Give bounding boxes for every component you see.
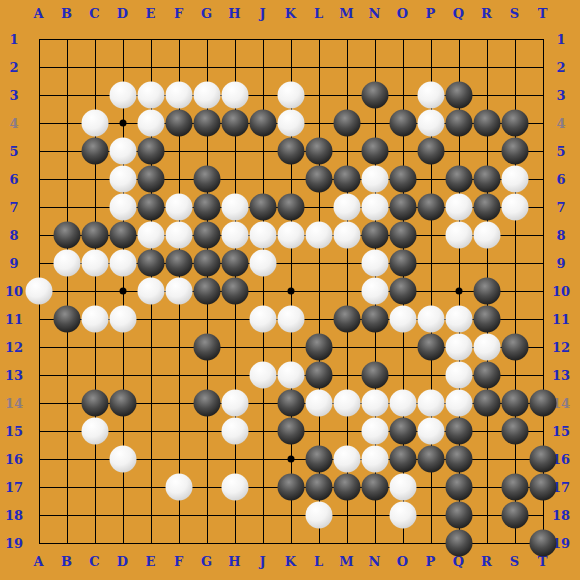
black-stone-M11[interactable] xyxy=(333,305,360,332)
black-stone-R6[interactable] xyxy=(473,165,500,192)
black-stone-H4[interactable] xyxy=(221,109,248,136)
black-stone-H10[interactable] xyxy=(221,277,248,304)
black-stone-Q19[interactable] xyxy=(445,529,472,556)
col-label-bottom-F: F xyxy=(174,555,183,568)
black-stone-J4[interactable] xyxy=(249,109,276,136)
row-label-right-8: 8 xyxy=(556,228,565,241)
row-label-right-5: 5 xyxy=(556,144,565,157)
white-stone-J9[interactable] xyxy=(249,249,276,276)
black-stone-S4[interactable] xyxy=(501,109,528,136)
row-label-right-12: 12 xyxy=(552,340,570,353)
white-stone-D5[interactable] xyxy=(109,137,136,164)
row-label-left-15: 15 xyxy=(5,424,23,437)
white-stone-N9[interactable] xyxy=(361,249,388,276)
row-label-right-6: 6 xyxy=(556,172,565,185)
black-stone-P12[interactable] xyxy=(417,333,444,360)
col-label-top-J: J xyxy=(259,7,265,20)
col-label-top-T: T xyxy=(538,7,548,20)
white-stone-F17[interactable] xyxy=(165,473,192,500)
black-stone-G10[interactable] xyxy=(193,277,220,304)
white-stone-P15[interactable] xyxy=(417,417,444,444)
col-label-bottom-S: S xyxy=(510,555,519,568)
row-label-right-2: 2 xyxy=(556,60,565,73)
black-stone-G9[interactable] xyxy=(193,249,220,276)
row-label-right-15: 15 xyxy=(552,424,570,437)
col-label-bottom-J: J xyxy=(259,555,265,568)
white-stone-P3[interactable] xyxy=(417,81,444,108)
white-stone-F10[interactable] xyxy=(165,277,192,304)
white-stone-N6[interactable] xyxy=(361,165,388,192)
white-stone-Q11[interactable] xyxy=(445,305,472,332)
black-stone-P16[interactable] xyxy=(417,445,444,472)
black-stone-H9[interactable] xyxy=(221,249,248,276)
col-label-bottom-D: D xyxy=(117,555,128,568)
white-stone-O11[interactable] xyxy=(389,305,416,332)
white-stone-M7[interactable] xyxy=(333,193,360,220)
white-stone-Q14[interactable] xyxy=(445,389,472,416)
white-stone-D9[interactable] xyxy=(109,249,136,276)
col-label-bottom-M: M xyxy=(339,555,353,568)
black-stone-G7[interactable] xyxy=(193,193,220,220)
white-stone-H17[interactable] xyxy=(221,473,248,500)
white-stone-O14[interactable] xyxy=(389,389,416,416)
black-stone-Q6[interactable] xyxy=(445,165,472,192)
white-stone-F3[interactable] xyxy=(165,81,192,108)
black-stone-T17[interactable] xyxy=(529,473,556,500)
black-stone-R11[interactable] xyxy=(473,305,500,332)
black-stone-E7[interactable] xyxy=(137,193,164,220)
black-stone-C8[interactable] xyxy=(81,221,108,248)
col-label-top-N: N xyxy=(369,7,381,20)
black-stone-L16[interactable] xyxy=(305,445,332,472)
white-stone-C15[interactable] xyxy=(81,417,108,444)
col-label-top-A: A xyxy=(33,7,43,20)
star-point-Q10 xyxy=(455,287,462,294)
black-stone-N3[interactable] xyxy=(361,81,388,108)
white-stone-G3[interactable] xyxy=(193,81,220,108)
row-label-right-1: 1 xyxy=(556,32,565,45)
black-stone-F9[interactable] xyxy=(165,249,192,276)
col-label-bottom-L: L xyxy=(314,555,323,568)
black-stone-S12[interactable] xyxy=(501,333,528,360)
black-stone-T16[interactable] xyxy=(529,445,556,472)
white-stone-D7[interactable] xyxy=(109,193,136,220)
black-stone-G8[interactable] xyxy=(193,221,220,248)
black-stone-R10[interactable] xyxy=(473,277,500,304)
col-label-top-M: M xyxy=(339,7,353,20)
star-point-D4 xyxy=(119,119,126,126)
black-stone-O9[interactable] xyxy=(389,249,416,276)
black-stone-F4[interactable] xyxy=(165,109,192,136)
white-stone-M8[interactable] xyxy=(333,221,360,248)
row-label-left-7: 7 xyxy=(9,200,18,213)
white-stone-J13[interactable] xyxy=(249,361,276,388)
black-stone-E9[interactable] xyxy=(137,249,164,276)
white-stone-P11[interactable] xyxy=(417,305,444,332)
row-label-left-17: 17 xyxy=(5,480,23,493)
black-stone-L13[interactable] xyxy=(305,361,332,388)
black-stone-Q4[interactable] xyxy=(445,109,472,136)
white-stone-P4[interactable] xyxy=(417,109,444,136)
white-stone-M16[interactable] xyxy=(333,445,360,472)
white-stone-O18[interactable] xyxy=(389,501,416,528)
black-stone-J7[interactable] xyxy=(249,193,276,220)
row-label-left-14: 14 xyxy=(5,396,23,409)
black-stone-G14[interactable] xyxy=(193,389,220,416)
row-label-left-16: 16 xyxy=(5,452,23,465)
black-stone-D8[interactable] xyxy=(109,221,136,248)
black-stone-B11[interactable] xyxy=(53,305,80,332)
col-label-bottom-N: N xyxy=(369,555,381,568)
black-stone-L6[interactable] xyxy=(305,165,332,192)
white-stone-A10[interactable] xyxy=(25,277,52,304)
black-stone-R13[interactable] xyxy=(473,361,500,388)
white-stone-D3[interactable] xyxy=(109,81,136,108)
col-label-top-K: K xyxy=(285,7,296,20)
black-stone-L5[interactable] xyxy=(305,137,332,164)
row-label-left-12: 12 xyxy=(5,340,23,353)
black-stone-R4[interactable] xyxy=(473,109,500,136)
white-stone-N10[interactable] xyxy=(361,277,388,304)
row-label-left-1: 1 xyxy=(9,32,18,45)
black-stone-G6[interactable] xyxy=(193,165,220,192)
black-stone-Q18[interactable] xyxy=(445,501,472,528)
black-stone-S17[interactable] xyxy=(501,473,528,500)
white-stone-N7[interactable] xyxy=(361,193,388,220)
white-stone-C9[interactable] xyxy=(81,249,108,276)
white-stone-K11[interactable] xyxy=(277,305,304,332)
white-stone-K8[interactable] xyxy=(277,221,304,248)
black-stone-S14[interactable] xyxy=(501,389,528,416)
white-stone-E3[interactable] xyxy=(137,81,164,108)
white-stone-R12[interactable] xyxy=(473,333,500,360)
white-stone-D11[interactable] xyxy=(109,305,136,332)
black-stone-O15[interactable] xyxy=(389,417,416,444)
star-point-K16 xyxy=(287,455,294,462)
white-stone-Q7[interactable] xyxy=(445,193,472,220)
black-stone-O6[interactable] xyxy=(389,165,416,192)
row-label-left-4: 4 xyxy=(9,116,18,129)
white-stone-E4[interactable] xyxy=(137,109,164,136)
white-stone-B9[interactable] xyxy=(53,249,80,276)
row-label-left-19: 19 xyxy=(5,536,23,549)
black-stone-O8[interactable] xyxy=(389,221,416,248)
black-stone-K15[interactable] xyxy=(277,417,304,444)
black-stone-G4[interactable] xyxy=(193,109,220,136)
col-label-top-B: B xyxy=(61,7,72,20)
row-label-right-11: 11 xyxy=(552,312,570,325)
white-stone-L14[interactable] xyxy=(305,389,332,416)
row-label-right-4: 4 xyxy=(556,116,565,129)
col-label-top-R: R xyxy=(481,7,492,20)
row-label-left-8: 8 xyxy=(9,228,18,241)
white-stone-H8[interactable] xyxy=(221,221,248,248)
col-label-top-P: P xyxy=(426,7,436,20)
white-stone-R8[interactable] xyxy=(473,221,500,248)
black-stone-L17[interactable] xyxy=(305,473,332,500)
white-stone-E10[interactable] xyxy=(137,277,164,304)
row-label-left-18: 18 xyxy=(5,508,23,521)
white-stone-F8[interactable] xyxy=(165,221,192,248)
black-stone-O16[interactable] xyxy=(389,445,416,472)
star-point-D10 xyxy=(119,287,126,294)
col-label-bottom-Q: Q xyxy=(453,555,464,568)
col-label-bottom-C: C xyxy=(89,555,99,568)
white-stone-K13[interactable] xyxy=(277,361,304,388)
col-label-bottom-P: P xyxy=(426,555,436,568)
col-label-bottom-H: H xyxy=(228,555,240,568)
black-stone-G12[interactable] xyxy=(193,333,220,360)
col-label-bottom-B: B xyxy=(61,555,72,568)
black-stone-T19[interactable] xyxy=(529,529,556,556)
col-label-top-G: G xyxy=(201,7,212,20)
col-label-bottom-A: A xyxy=(33,555,43,568)
white-stone-L18[interactable] xyxy=(305,501,332,528)
white-stone-C4[interactable] xyxy=(81,109,108,136)
black-stone-N17[interactable] xyxy=(361,473,388,500)
row-label-left-11: 11 xyxy=(5,312,23,325)
black-stone-N8[interactable] xyxy=(361,221,388,248)
black-stone-M6[interactable] xyxy=(333,165,360,192)
black-stone-E5[interactable] xyxy=(137,137,164,164)
white-stone-J8[interactable] xyxy=(249,221,276,248)
row-label-right-9: 9 xyxy=(556,256,565,269)
row-label-left-6: 6 xyxy=(9,172,18,185)
white-stone-K4[interactable] xyxy=(277,109,304,136)
black-stone-K17[interactable] xyxy=(277,473,304,500)
black-stone-C14[interactable] xyxy=(81,389,108,416)
col-label-top-O: O xyxy=(397,7,408,20)
white-stone-H7[interactable] xyxy=(221,193,248,220)
white-stone-H15[interactable] xyxy=(221,417,248,444)
row-label-right-10: 10 xyxy=(552,284,570,297)
black-stone-O10[interactable] xyxy=(389,277,416,304)
black-stone-M4[interactable] xyxy=(333,109,360,136)
row-label-right-13: 13 xyxy=(552,368,570,381)
black-stone-E6[interactable] xyxy=(137,165,164,192)
black-stone-N13[interactable] xyxy=(361,361,388,388)
black-stone-N5[interactable] xyxy=(361,137,388,164)
col-label-bottom-T: T xyxy=(538,555,548,568)
col-label-top-D: D xyxy=(117,7,128,20)
row-label-right-7: 7 xyxy=(556,200,565,213)
col-label-top-L: L xyxy=(314,7,323,20)
col-label-bottom-O: O xyxy=(397,555,408,568)
black-stone-R7[interactable] xyxy=(473,193,500,220)
black-stone-K7[interactable] xyxy=(277,193,304,220)
white-stone-N15[interactable] xyxy=(361,417,388,444)
row-label-left-10: 10 xyxy=(5,284,23,297)
col-label-top-F: F xyxy=(174,7,183,20)
black-stone-Q17[interactable] xyxy=(445,473,472,500)
white-stone-J11[interactable] xyxy=(249,305,276,332)
black-stone-O7[interactable] xyxy=(389,193,416,220)
black-stone-B8[interactable] xyxy=(53,221,80,248)
white-stone-D16[interactable] xyxy=(109,445,136,472)
star-point-K10 xyxy=(287,287,294,294)
white-stone-N16[interactable] xyxy=(361,445,388,472)
row-label-left-9: 9 xyxy=(9,256,18,269)
col-label-bottom-G: G xyxy=(201,555,212,568)
black-stone-P7[interactable] xyxy=(417,193,444,220)
white-stone-E8[interactable] xyxy=(137,221,164,248)
black-stone-C5[interactable] xyxy=(81,137,108,164)
col-label-top-C: C xyxy=(89,7,99,20)
col-label-top-Q: Q xyxy=(453,7,464,20)
white-stone-H3[interactable] xyxy=(221,81,248,108)
col-label-top-S: S xyxy=(510,7,519,20)
row-label-right-18: 18 xyxy=(552,508,570,521)
white-stone-C11[interactable] xyxy=(81,305,108,332)
white-stone-Q12[interactable] xyxy=(445,333,472,360)
black-stone-S15[interactable] xyxy=(501,417,528,444)
row-label-left-5: 5 xyxy=(9,144,18,157)
black-stone-S18[interactable] xyxy=(501,501,528,528)
black-stone-N11[interactable] xyxy=(361,305,388,332)
black-stone-T14[interactable] xyxy=(529,389,556,416)
black-stone-K14[interactable] xyxy=(277,389,304,416)
col-label-bottom-K: K xyxy=(285,555,296,568)
col-label-top-E: E xyxy=(146,7,156,20)
white-stone-K3[interactable] xyxy=(277,81,304,108)
col-label-bottom-R: R xyxy=(481,555,492,568)
black-stone-S5[interactable] xyxy=(501,137,528,164)
white-stone-S6[interactable] xyxy=(501,165,528,192)
row-label-right-3: 3 xyxy=(556,88,565,101)
col-label-top-H: H xyxy=(228,7,240,20)
white-stone-P14[interactable] xyxy=(417,389,444,416)
white-stone-F7[interactable] xyxy=(165,193,192,220)
white-stone-S7[interactable] xyxy=(501,193,528,220)
white-stone-N14[interactable] xyxy=(361,389,388,416)
black-stone-Q3[interactable] xyxy=(445,81,472,108)
black-stone-Q15[interactable] xyxy=(445,417,472,444)
white-stone-L8[interactable] xyxy=(305,221,332,248)
row-label-left-2: 2 xyxy=(9,60,18,73)
white-stone-Q8[interactable] xyxy=(445,221,472,248)
black-stone-O4[interactable] xyxy=(389,109,416,136)
row-label-left-3: 3 xyxy=(9,88,18,101)
black-stone-Q16[interactable] xyxy=(445,445,472,472)
go-board[interactable]: AABBCCDDEEFFGGHHJJKKLLMMNNOOPPQQRRSSTT11… xyxy=(0,0,580,580)
row-label-left-13: 13 xyxy=(5,368,23,381)
black-stone-L12[interactable] xyxy=(305,333,332,360)
col-label-bottom-E: E xyxy=(146,555,156,568)
black-stone-M17[interactable] xyxy=(333,473,360,500)
black-stone-P5[interactable] xyxy=(417,137,444,164)
white-stone-Q13[interactable] xyxy=(445,361,472,388)
white-stone-D6[interactable] xyxy=(109,165,136,192)
black-stone-R14[interactable] xyxy=(473,389,500,416)
white-stone-M14[interactable] xyxy=(333,389,360,416)
white-stone-O17[interactable] xyxy=(389,473,416,500)
black-stone-D14[interactable] xyxy=(109,389,136,416)
white-stone-H14[interactable] xyxy=(221,389,248,416)
black-stone-K5[interactable] xyxy=(277,137,304,164)
